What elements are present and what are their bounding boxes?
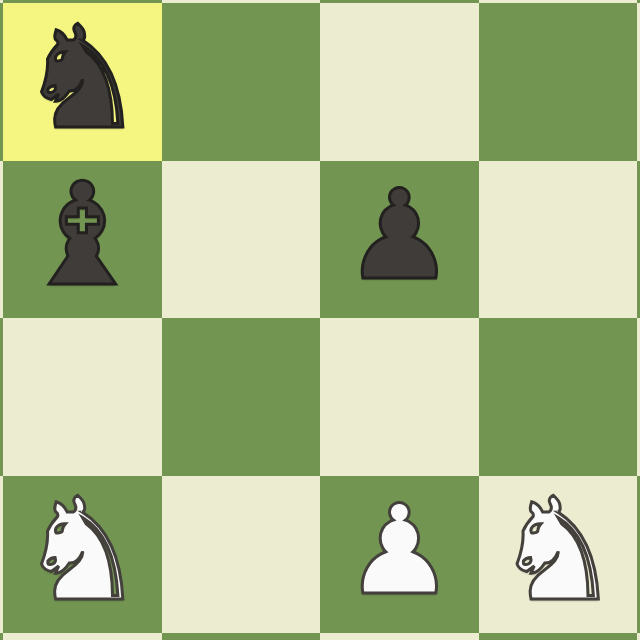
black-pawn[interactable]: ♟ [344, 173, 455, 297]
square-r2c1[interactable]: ♝ [3, 161, 162, 319]
square-r3c3[interactable] [320, 318, 479, 476]
square-r3c4[interactable] [479, 318, 638, 476]
white-knight[interactable]: ♞ [19, 479, 146, 621]
square-r4c1[interactable]: ♞ [3, 476, 162, 634]
square-r4c3[interactable]: ♟ [320, 476, 479, 634]
square-r1c1[interactable]: ♞ [3, 3, 162, 161]
square-r4c4[interactable]: ♞ [479, 476, 638, 634]
black-bishop[interactable]: ♝ [19, 164, 146, 306]
square-r1c4[interactable] [479, 3, 638, 161]
black-knight[interactable]: ♞ [19, 7, 146, 149]
white-pawn[interactable]: ♟ [344, 488, 455, 612]
square-r1c2[interactable] [162, 3, 321, 161]
chess-board: ♞♝♟♞♟♞ [0, 0, 640, 640]
adjacent-square-sliver [479, 633, 638, 640]
square-r2c2[interactable] [162, 161, 321, 319]
square-r4c2[interactable] [162, 476, 321, 634]
square-r3c2[interactable] [162, 318, 321, 476]
adjacent-square-sliver [3, 633, 162, 640]
square-r2c3[interactable]: ♟ [320, 161, 479, 319]
square-r3c1[interactable] [3, 318, 162, 476]
square-r1c3[interactable] [320, 3, 479, 161]
square-r2c4[interactable] [479, 161, 638, 319]
adjacent-square-sliver [162, 633, 321, 640]
adjacent-square-sliver [320, 633, 479, 640]
white-knight[interactable]: ♞ [494, 479, 621, 621]
